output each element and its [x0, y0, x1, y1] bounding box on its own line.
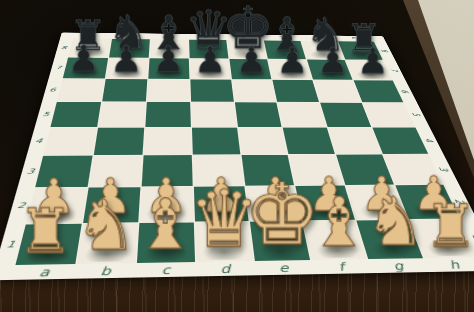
- square-g8: ♞: [301, 41, 344, 60]
- black-bishop-c8: ♝: [148, 10, 190, 57]
- square-h6: [354, 80, 404, 102]
- black-queen-d8: ♛: [185, 4, 233, 57]
- file-label-top-a: a: [335, 36, 373, 41]
- file-label-h: h: [423, 257, 474, 272]
- square-f5: [278, 102, 327, 126]
- file-labels-top: abcdefgh: [73, 33, 373, 41]
- board-tilt-wrapper: ♜♞♝♛♚♝♞♜♟♟♟♟♟♟♟♟♟♟♟♟♟♟♟♟♜♞♝♛♚♝♞♜ abcdefg…: [0, 0, 466, 312]
- file-label-top-f: f: [150, 34, 188, 39]
- file-label-a: a: [12, 264, 77, 280]
- file-label-top-g: g: [112, 33, 151, 38]
- square-e4: [238, 127, 288, 154]
- file-label-d: d: [195, 261, 255, 276]
- square-a1: ♜: [15, 224, 81, 265]
- photo-scene: ♜♞♝♛♚♝♞♜♟♟♟♟♟♟♟♟♟♟♟♟♟♟♟♟♜♞♝♛♚♝♞♜ abcdefg…: [0, 0, 474, 312]
- square-a8: ♜: [68, 38, 111, 57]
- square-a4: [43, 127, 97, 155]
- square-a5: [51, 102, 101, 127]
- square-g4: [328, 127, 382, 154]
- square-b8: ♞: [109, 39, 150, 58]
- square-h8: ♜: [338, 41, 382, 59]
- black-bishop-f8: ♝: [266, 12, 307, 58]
- black-pawn-h7: ♟: [357, 43, 389, 78]
- white-knight-g1: ♞: [365, 189, 425, 256]
- square-f6: [273, 80, 320, 102]
- black-knight-g8: ♞: [305, 12, 346, 58]
- square-f7: ♟: [268, 59, 312, 79]
- square-a7: ♟: [63, 58, 108, 79]
- black-rook-a8: ♜: [70, 14, 108, 56]
- square-b1: ♞: [76, 223, 137, 264]
- square-e6: [232, 79, 277, 101]
- square-h4: [372, 127, 428, 154]
- rank-label-right-7: 7: [373, 67, 415, 74]
- square-a6: [57, 79, 105, 102]
- square-e5: [234, 102, 281, 127]
- white-bishop-c1: ♝: [135, 191, 197, 260]
- square-g7: ♟: [307, 60, 353, 80]
- board-grid: ♜♞♝♛♚♝♞♜♟♟♟♟♟♟♟♟♟♟♟♟♟♟♟♟♜♞♝♛♚♝♞♜: [15, 38, 474, 265]
- file-label-f: f: [311, 259, 372, 274]
- white-rook-a1: ♜: [18, 199, 74, 261]
- chessboard: ♜♞♝♛♚♝♞♜♟♟♟♟♟♟♟♟♟♟♟♟♟♟♟♟♜♞♝♛♚♝♞♜ abcdefg…: [0, 32, 474, 280]
- square-h5: [363, 103, 416, 127]
- file-label-e: e: [254, 260, 314, 275]
- rank-label-left-7: 7: [49, 57, 68, 78]
- rank-label-left-6: 6: [42, 78, 63, 101]
- square-d6: [190, 79, 233, 101]
- square-d8: ♛: [189, 40, 228, 59]
- file-label-top-e: e: [188, 34, 226, 39]
- square-e8: ♚: [227, 40, 268, 59]
- black-pawn-b7: ♟: [110, 41, 143, 77]
- square-b6: [102, 79, 147, 102]
- rank-label-right-6: 6: [383, 87, 427, 94]
- square-c8: ♝: [149, 39, 188, 58]
- square-g5: [320, 102, 371, 126]
- black-pawn-c7: ♟: [152, 41, 185, 77]
- file-label-g: g: [368, 258, 429, 273]
- white-knight-b1: ♞: [75, 191, 137, 261]
- black-rook-h8: ♜: [345, 18, 381, 59]
- rank-label-right-8: 8: [364, 48, 404, 54]
- white-rook-h1: ♜: [424, 196, 474, 255]
- file-label-top-c: c: [263, 35, 301, 40]
- square-c4: [143, 127, 191, 155]
- square-g6: [313, 80, 361, 102]
- square-f4: [283, 127, 335, 154]
- square-b4: [94, 127, 144, 155]
- file-label-top-b: b: [299, 36, 337, 41]
- file-label-c: c: [135, 262, 195, 278]
- square-b7: ♟: [106, 58, 149, 79]
- rank-label-right-5: 5: [393, 110, 439, 118]
- square-c7: ♟: [148, 58, 189, 79]
- rank-label-left-8: 8: [55, 38, 73, 57]
- square-h7: ♟: [346, 60, 393, 80]
- rank-label-left-5: 5: [35, 101, 57, 127]
- black-pawn-f7: ♟: [276, 42, 308, 78]
- black-pawn-g7: ♟: [317, 43, 349, 79]
- square-c6: [147, 79, 190, 102]
- black-pawn-d7: ♟: [194, 41, 226, 77]
- square-d7: ♟: [189, 59, 230, 79]
- square-d5: [191, 102, 237, 127]
- board-scene: ♜♞♝♛♚♝♞♜♟♟♟♟♟♟♟♟♟♟♟♟♟♟♟♟♜♞♝♛♚♝♞♜ abcdefg…: [0, 0, 474, 312]
- black-knight-b8: ♞: [108, 9, 150, 56]
- square-f8: ♝: [264, 41, 306, 60]
- black-pawn-e7: ♟: [235, 42, 267, 78]
- square-d4: [192, 127, 240, 154]
- black-pawn-a7: ♟: [68, 40, 101, 77]
- square-c5: [145, 102, 190, 127]
- square-d1: ♛: [195, 222, 253, 262]
- square-b5: [98, 102, 146, 127]
- square-c1: ♝: [137, 223, 195, 263]
- file-label-top-h: h: [73, 33, 113, 38]
- file-label-b: b: [74, 263, 136, 279]
- file-label-top-d: d: [226, 35, 264, 40]
- black-king-e8: ♚: [222, 0, 274, 57]
- square-e7: ♟: [229, 59, 272, 79]
- white-queen-d1: ♛: [189, 180, 260, 259]
